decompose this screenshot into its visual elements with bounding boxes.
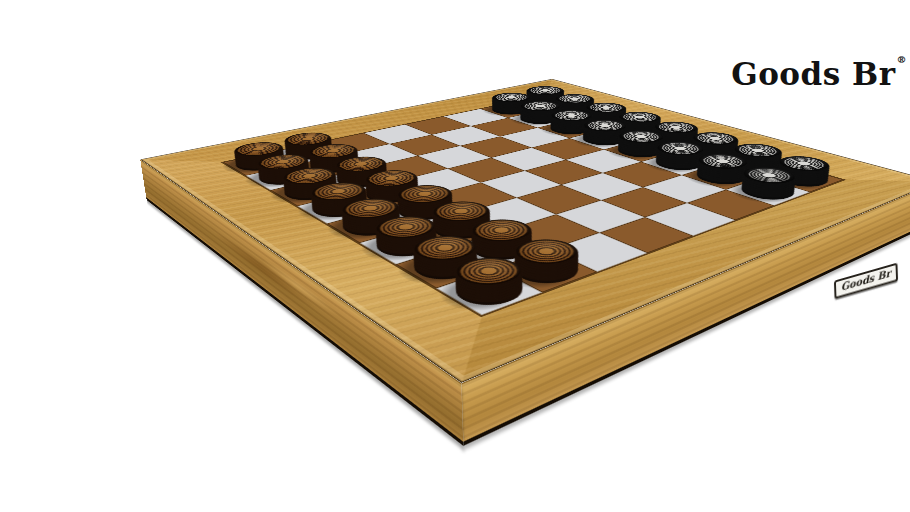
- pieces-layer: [140, 79, 910, 383]
- page-background: Goods Br® Goods Br: [0, 0, 910, 512]
- board-3d-scene[interactable]: [0, 0, 910, 512]
- black-piece-h7: [733, 179, 803, 202]
- wood-piece-h1: [445, 271, 533, 310]
- checkers-board: [147, 110, 910, 446]
